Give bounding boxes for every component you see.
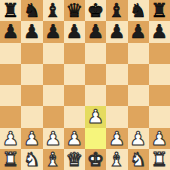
square-e3[interactable]: ♟ <box>85 106 106 127</box>
square-d6[interactable] <box>64 43 85 64</box>
square-c4[interactable] <box>43 85 64 106</box>
square-c6[interactable] <box>43 43 64 64</box>
black-pawn[interactable]: ♟ <box>45 22 62 41</box>
square-f3[interactable] <box>106 106 127 127</box>
black-pawn[interactable]: ♟ <box>23 22 40 41</box>
square-f5[interactable] <box>106 64 127 85</box>
square-f4[interactable] <box>106 85 127 106</box>
square-a8[interactable]: ♜ <box>0 0 21 21</box>
square-a1[interactable]: ♜ <box>0 149 21 170</box>
white-queen[interactable]: ♛ <box>66 149 83 168</box>
square-e1[interactable]: ♚ <box>85 149 106 170</box>
square-d1[interactable]: ♛ <box>64 149 85 170</box>
white-pawn[interactable]: ♟ <box>45 128 62 147</box>
square-g3[interactable] <box>128 106 149 127</box>
square-c7[interactable]: ♟ <box>43 21 64 42</box>
white-bishop[interactable]: ♝ <box>108 149 125 168</box>
white-pawn[interactable]: ♟ <box>108 128 125 147</box>
square-a5[interactable] <box>0 64 21 85</box>
square-g7[interactable]: ♟ <box>128 21 149 42</box>
square-a4[interactable] <box>0 85 21 106</box>
square-b2[interactable]: ♟ <box>21 128 42 149</box>
square-h2[interactable]: ♟ <box>149 128 170 149</box>
square-b6[interactable] <box>21 43 42 64</box>
square-c5[interactable] <box>43 64 64 85</box>
black-king[interactable]: ♚ <box>87 1 104 20</box>
white-rook[interactable]: ♜ <box>151 149 168 168</box>
square-h1[interactable]: ♜ <box>149 149 170 170</box>
square-e7[interactable]: ♟ <box>85 21 106 42</box>
white-pawn[interactable]: ♟ <box>66 128 83 147</box>
square-c8[interactable]: ♝ <box>43 0 64 21</box>
square-c3[interactable] <box>43 106 64 127</box>
black-pawn[interactable]: ♟ <box>130 22 147 41</box>
black-rook[interactable]: ♜ <box>2 1 19 20</box>
white-knight[interactable]: ♞ <box>23 149 40 168</box>
black-knight[interactable]: ♞ <box>130 1 147 20</box>
square-f2[interactable]: ♟ <box>106 128 127 149</box>
white-pawn[interactable]: ♟ <box>151 128 168 147</box>
square-e2[interactable] <box>85 128 106 149</box>
square-h4[interactable] <box>149 85 170 106</box>
square-a3[interactable] <box>0 106 21 127</box>
square-e4[interactable] <box>85 85 106 106</box>
square-g1[interactable]: ♞ <box>128 149 149 170</box>
square-d7[interactable]: ♟ <box>64 21 85 42</box>
square-h6[interactable] <box>149 43 170 64</box>
white-rook[interactable]: ♜ <box>2 149 19 168</box>
square-a7[interactable]: ♟ <box>0 21 21 42</box>
square-b7[interactable]: ♟ <box>21 21 42 42</box>
white-king[interactable]: ♚ <box>87 149 104 168</box>
black-bishop[interactable]: ♝ <box>45 1 62 20</box>
square-b8[interactable]: ♞ <box>21 0 42 21</box>
square-e5[interactable] <box>85 64 106 85</box>
square-d2[interactable]: ♟ <box>64 128 85 149</box>
white-pawn[interactable]: ♟ <box>23 128 40 147</box>
white-knight[interactable]: ♞ <box>130 149 147 168</box>
square-e6[interactable] <box>85 43 106 64</box>
square-g5[interactable] <box>128 64 149 85</box>
black-pawn[interactable]: ♟ <box>108 22 125 41</box>
black-rook[interactable]: ♜ <box>151 1 168 20</box>
square-g6[interactable] <box>128 43 149 64</box>
square-d4[interactable] <box>64 85 85 106</box>
square-b3[interactable] <box>21 106 42 127</box>
white-pawn[interactable]: ♟ <box>87 107 104 126</box>
square-e8[interactable]: ♚ <box>85 0 106 21</box>
black-bishop[interactable]: ♝ <box>108 1 125 20</box>
square-h5[interactable] <box>149 64 170 85</box>
square-f6[interactable] <box>106 43 127 64</box>
black-pawn[interactable]: ♟ <box>151 22 168 41</box>
square-b4[interactable] <box>21 85 42 106</box>
square-f7[interactable]: ♟ <box>106 21 127 42</box>
square-c1[interactable]: ♝ <box>43 149 64 170</box>
white-bishop[interactable]: ♝ <box>45 149 62 168</box>
square-d3[interactable] <box>64 106 85 127</box>
black-pawn[interactable]: ♟ <box>66 22 83 41</box>
square-g4[interactable] <box>128 85 149 106</box>
square-h3[interactable] <box>149 106 170 127</box>
black-pawn[interactable]: ♟ <box>2 22 19 41</box>
square-h7[interactable]: ♟ <box>149 21 170 42</box>
square-a2[interactable]: ♟ <box>0 128 21 149</box>
white-pawn[interactable]: ♟ <box>2 128 19 147</box>
square-d5[interactable] <box>64 64 85 85</box>
chess-board: ♜♞♝♛♚♝♞♜♟♟♟♟♟♟♟♟♟♟♟♟♟♟♟♟♜♞♝♛♚♝♞♜ <box>0 0 170 170</box>
square-g8[interactable]: ♞ <box>128 0 149 21</box>
black-pawn[interactable]: ♟ <box>87 22 104 41</box>
white-pawn[interactable]: ♟ <box>130 128 147 147</box>
square-c2[interactable]: ♟ <box>43 128 64 149</box>
square-f8[interactable]: ♝ <box>106 0 127 21</box>
black-queen[interactable]: ♛ <box>66 1 83 20</box>
square-d8[interactable]: ♛ <box>64 0 85 21</box>
square-g2[interactable]: ♟ <box>128 128 149 149</box>
square-a6[interactable] <box>0 43 21 64</box>
black-knight[interactable]: ♞ <box>23 1 40 20</box>
square-f1[interactable]: ♝ <box>106 149 127 170</box>
square-b5[interactable] <box>21 64 42 85</box>
square-b1[interactable]: ♞ <box>21 149 42 170</box>
square-h8[interactable]: ♜ <box>149 0 170 21</box>
